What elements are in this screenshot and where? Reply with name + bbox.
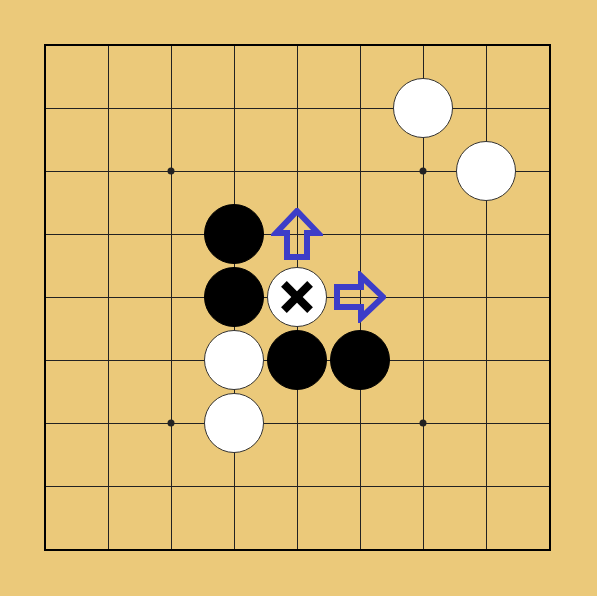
hoshi-point (420, 168, 427, 175)
board-intersection[interactable] (77, 77, 140, 140)
board-intersection[interactable] (140, 14, 203, 77)
hoshi-point (420, 420, 427, 427)
board-intersection[interactable] (392, 455, 455, 518)
hoshi-point (168, 168, 175, 175)
board-intersection[interactable] (77, 392, 140, 455)
board-intersection[interactable] (455, 329, 518, 392)
board-intersection[interactable] (392, 203, 455, 266)
board-intersection[interactable] (203, 77, 266, 140)
board-intersection[interactable] (14, 203, 77, 266)
board-intersection[interactable] (14, 77, 77, 140)
board-intersection[interactable] (455, 392, 518, 455)
board-intersection[interactable] (518, 14, 581, 77)
board-intersection[interactable] (518, 518, 581, 581)
board-intersection[interactable] (14, 140, 77, 203)
board-intersection[interactable] (140, 266, 203, 329)
board-intersection[interactable] (203, 392, 266, 455)
black-stone (204, 204, 264, 264)
board-intersection[interactable] (203, 518, 266, 581)
board-intersection[interactable] (14, 455, 77, 518)
board-intersection[interactable] (329, 392, 392, 455)
board-intersection[interactable] (77, 14, 140, 77)
board-intersection[interactable] (329, 455, 392, 518)
white-stone (456, 141, 516, 201)
board-intersection[interactable] (329, 329, 392, 392)
white-stone (204, 393, 264, 453)
board-intersection[interactable] (203, 266, 266, 329)
board-intersection[interactable] (329, 266, 392, 329)
board-intersection[interactable] (77, 266, 140, 329)
board-intersection[interactable] (140, 203, 203, 266)
board-intersection[interactable] (518, 203, 581, 266)
board-intersection[interactable] (14, 14, 77, 77)
board-intersection[interactable] (203, 14, 266, 77)
board-intersection[interactable] (14, 329, 77, 392)
board-intersection[interactable] (140, 518, 203, 581)
board-intersection[interactable] (77, 455, 140, 518)
board-intersection[interactable] (329, 140, 392, 203)
white-stone (204, 330, 264, 390)
board-intersection[interactable] (77, 518, 140, 581)
board-intersection[interactable] (455, 203, 518, 266)
board-intersection[interactable] (140, 455, 203, 518)
board-intersection[interactable] (266, 77, 329, 140)
board-intersection[interactable] (266, 518, 329, 581)
board-intersection[interactable] (203, 455, 266, 518)
board-intersection[interactable] (455, 77, 518, 140)
board-intersection[interactable] (266, 455, 329, 518)
board-intersection[interactable] (266, 140, 329, 203)
go-board (0, 0, 597, 596)
board-intersection[interactable] (77, 203, 140, 266)
board-intersection[interactable] (329, 77, 392, 140)
board-intersection[interactable] (77, 140, 140, 203)
black-stone (204, 267, 264, 327)
board-intersection[interactable] (14, 266, 77, 329)
go-problem-diagram (0, 0, 597, 596)
black-stone (330, 330, 390, 390)
board-intersection[interactable] (392, 518, 455, 581)
board-intersection[interactable] (518, 140, 581, 203)
board-intersection[interactable] (329, 518, 392, 581)
board-intersection[interactable] (392, 266, 455, 329)
board-intersection[interactable] (77, 329, 140, 392)
board-intersection[interactable] (203, 329, 266, 392)
board-intersection[interactable] (203, 140, 266, 203)
board-intersection[interactable] (392, 77, 455, 140)
board-intersection[interactable] (266, 203, 329, 266)
marked-white-stone (267, 267, 327, 327)
board-intersection[interactable] (455, 140, 518, 203)
board-intersection[interactable] (518, 77, 581, 140)
black-stone (267, 330, 327, 390)
board-intersection[interactable] (455, 455, 518, 518)
board-intersection[interactable] (518, 266, 581, 329)
board-intersection[interactable] (518, 329, 581, 392)
board-intersection[interactable] (140, 329, 203, 392)
board-intersection[interactable] (203, 203, 266, 266)
board-intersection[interactable] (455, 14, 518, 77)
board-intersection[interactable] (455, 266, 518, 329)
board-intersection[interactable] (140, 77, 203, 140)
board-intersection[interactable] (518, 392, 581, 455)
board-intersection[interactable] (266, 392, 329, 455)
board-intersection[interactable] (266, 266, 329, 329)
board-intersection[interactable] (392, 14, 455, 77)
board-intersection[interactable] (266, 14, 329, 77)
board-intersection[interactable] (14, 518, 77, 581)
board-intersection[interactable] (392, 329, 455, 392)
hoshi-point (168, 420, 175, 427)
board-intersection[interactable] (14, 392, 77, 455)
board-intersection[interactable] (329, 14, 392, 77)
board-intersection[interactable] (329, 203, 392, 266)
board-intersection[interactable] (266, 329, 329, 392)
board-grid (14, 14, 581, 581)
board-intersection[interactable] (455, 518, 518, 581)
board-intersection[interactable] (518, 455, 581, 518)
white-stone (393, 78, 453, 138)
